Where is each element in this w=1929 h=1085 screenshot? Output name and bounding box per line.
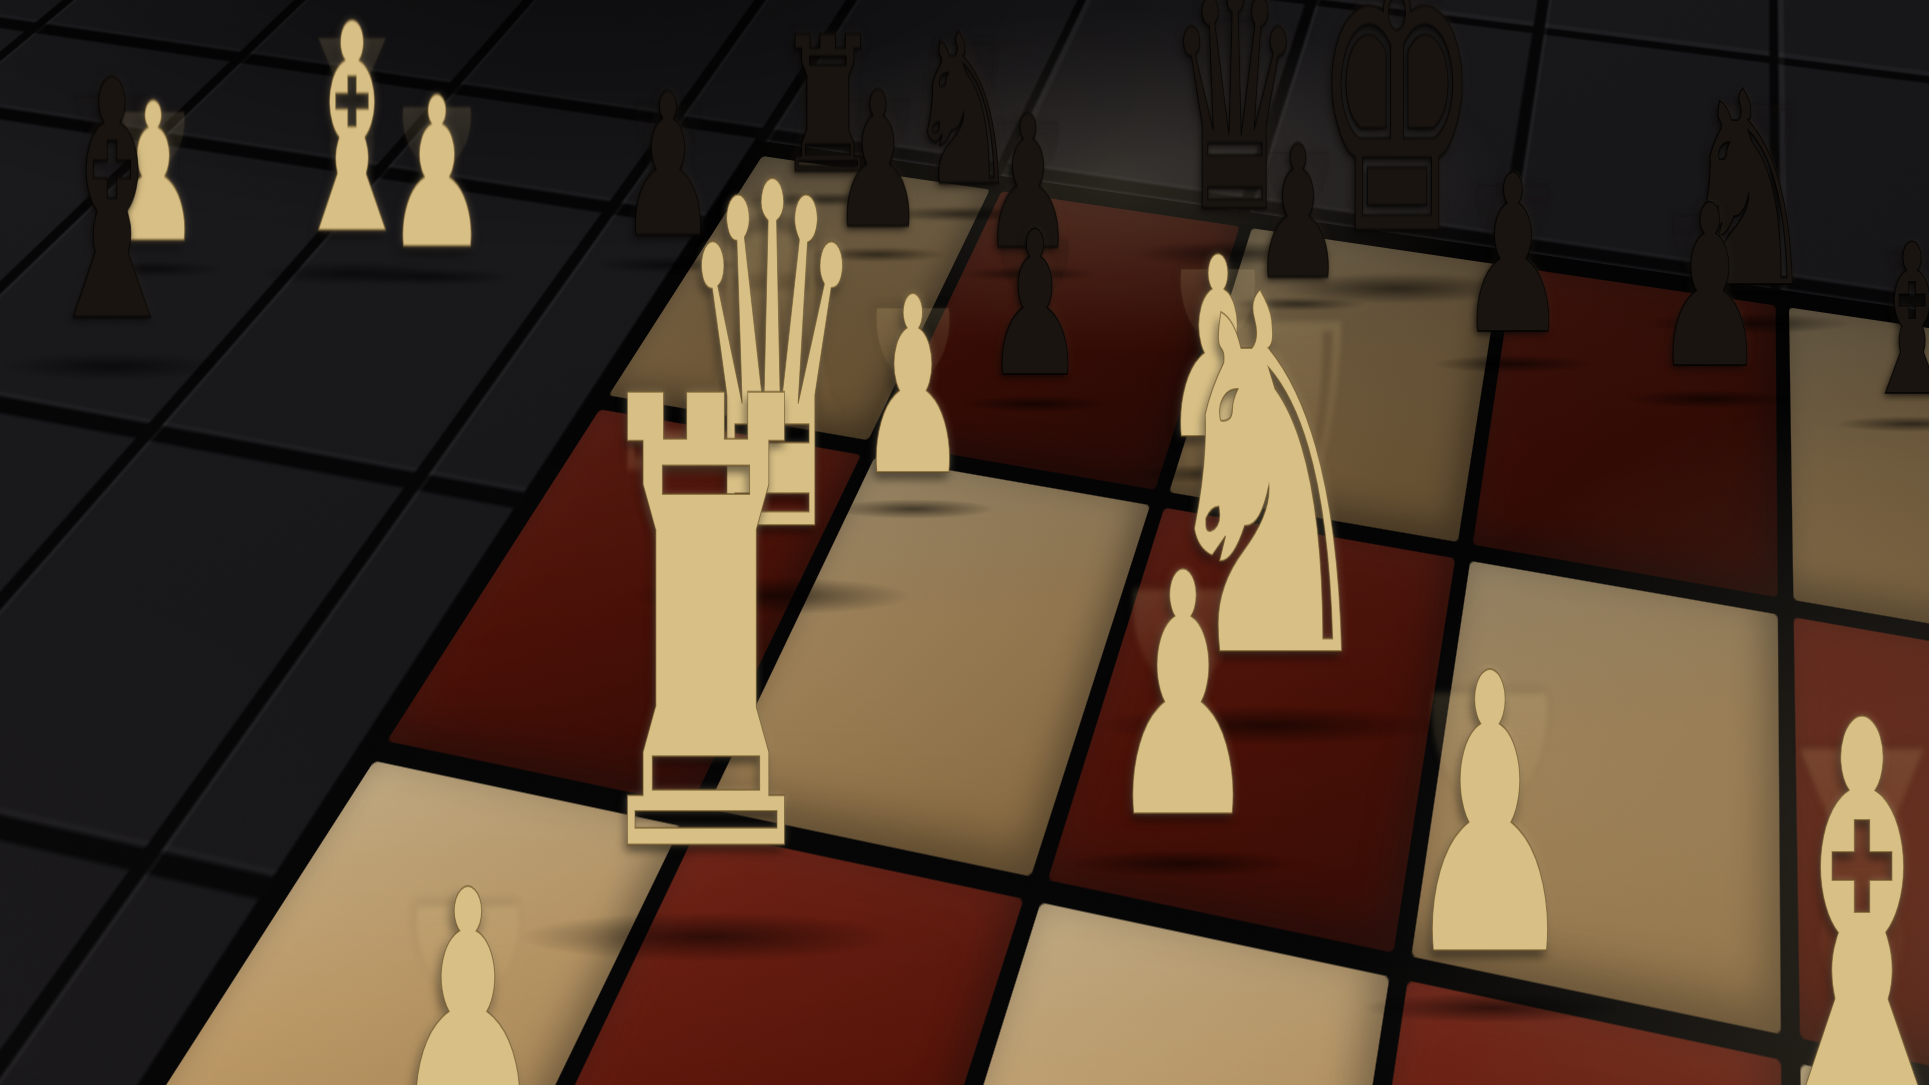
piece-black-pawn-c6[interactable]: ♟ bbox=[986, 205, 1085, 405]
piece-captured-white-pawn-2[interactable]: ♟ bbox=[386, 70, 489, 278]
piece-black-bishop-h7[interactable]: ♝ bbox=[1861, 217, 1929, 425]
chess-3d-scene: ♝♝♟♟♝♝♟♟♟♟♜♜♞♞♛♛♚♚♞♞♝♝♟♟♟♟♟♟♟♟♟♟♟♟♛♛♟♟♟♟… bbox=[0, 0, 1929, 1085]
piece-white-pawn-e3[interactable]: ♟ bbox=[1108, 530, 1258, 865]
piece-white-bishop-h2[interactable]: ♝ bbox=[1743, 655, 1929, 1085]
piece-captured-black-bishop[interactable]: ♝ bbox=[38, 38, 186, 368]
piece-black-pawn-f7[interactable]: ♟ bbox=[1459, 147, 1566, 365]
piece-white-rook-a3[interactable]: ♜ bbox=[581, 320, 831, 940]
piece-white-pawn-f3[interactable]: ♟ bbox=[1404, 625, 1577, 1010]
piece-white-pawn-b2[interactable]: ♟ bbox=[390, 850, 545, 1085]
piece-white-pawn-b5[interactable]: ♟ bbox=[858, 265, 968, 510]
piece-black-pawn-g7[interactable]: ♟ bbox=[1655, 176, 1765, 400]
